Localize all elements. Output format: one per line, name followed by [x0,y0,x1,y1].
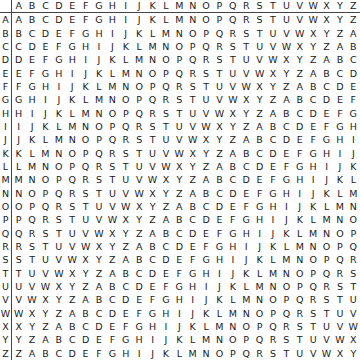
grid-cell-ZH: G [106,347,119,360]
grid-cell-YJ: H [132,333,145,346]
grid-cell-MH: T [106,173,119,186]
grid-cell-JS: B [253,133,266,146]
grid-cell-US: M [253,280,266,293]
grid-cell-QA: Q [12,227,25,240]
grid-cell-AK: K [146,13,159,26]
grid-cell-GV: B [293,93,306,106]
grid-cell-MV: H [293,173,306,186]
col-header-cell-P: P [213,0,226,13]
grid-cell-ZG: F [92,347,105,360]
grid-cell-OL: Z [159,200,172,213]
grid-cell-VG: B [92,293,105,306]
grid-cell-RE: V [66,240,79,253]
grid-cell-GS: Y [253,93,266,106]
grid-cell-SK: C [146,253,159,266]
col-header-cell-C: C [39,0,52,13]
grid-cell-JL: U [159,133,172,146]
grid-cell-KH: R [106,147,119,160]
grid-cell-XC: Z [39,320,52,333]
grid-cell-XP: M [213,320,226,333]
grid-cell-LH: S [106,160,119,173]
row-header-cell-P: P [0,213,12,226]
grid-cell-EJ: N [132,67,145,80]
col-header-cell-H: H [106,0,119,13]
grid-cell-KY: I [333,147,346,160]
grid-cell-VT: O [266,293,279,306]
col-header-cell-J: J [132,0,145,13]
grid-cell-BE: F [66,27,79,40]
grid-cell-DI: L [119,53,132,66]
grid-cell-NM: Z [173,187,186,200]
grid-cell-QB: R [25,227,38,240]
grid-cell-CQ: S [226,40,239,53]
grid-cell-QX: N [320,227,333,240]
grid-cell-DB: E [25,53,38,66]
grid-cell-UX: R [320,280,333,293]
grid-cell-AX: X [320,13,333,26]
grid-cell-LY: J [333,160,346,173]
row-header-cell-F: F [0,80,12,93]
grid-cell-BD: E [52,27,65,40]
grid-cell-VA: V [12,293,25,306]
grid-cell-KW: G [306,147,319,160]
grid-cell-NK: X [146,187,159,200]
grid-cell-HL: S [159,107,172,120]
grid-cell-ZO: N [199,347,212,360]
grid-cell-CR: T [240,40,253,53]
grid-cell-RL: C [159,240,172,253]
grid-cell-CB: D [25,40,38,53]
grid-cell-PC: R [39,213,52,226]
grid-cell-EG: K [92,67,105,80]
grid-cell-IX: F [320,120,333,133]
grid-cell-GX: D [320,93,333,106]
grid-cell-DK: N [146,53,159,66]
row-header-cell-O: O [0,200,12,213]
grid-cell-TH: A [106,267,119,280]
grid-cell-TY: R [333,267,346,280]
grid-cell-VL: G [159,293,172,306]
grid-cell-ZN: M [186,347,199,360]
row-header-cell-J: J [0,133,12,146]
grid-cell-MK: W [146,173,159,186]
grid-cell-FR: W [240,80,253,93]
grid-cell-EU: Y [280,67,293,80]
grid-cell-UY: S [333,280,346,293]
grid-cell-IL: T [159,120,172,133]
grid-cell-NI: V [119,187,132,200]
grid-cell-TK: D [146,267,159,280]
grid-cell-MT: F [266,173,279,186]
grid-cell-KJ: T [132,147,145,160]
grid-cell-PT: I [266,213,279,226]
grid-cell-KX: H [320,147,333,160]
grid-cell-YM: K [173,333,186,346]
col-header-cell-O: O [199,0,212,13]
grid-cell-KO: Y [199,147,212,160]
grid-cell-OV: J [293,200,306,213]
grid-cell-IS: A [253,120,266,133]
grid-cell-JC: L [39,133,52,146]
grid-cell-IZ: H [347,120,360,133]
grid-cell-QS: I [253,227,266,240]
grid-cell-LS: D [253,160,266,173]
grid-cell-MD: P [52,173,65,186]
grid-cell-KC: M [39,147,52,160]
grid-cell-TR: K [240,267,253,280]
grid-cell-VQ: L [226,293,239,306]
grid-cell-DA: D [12,53,25,66]
grid-cell-GL: R [159,93,172,106]
grid-cell-TB: U [25,267,38,280]
col-header-cell-Y: Y [333,0,346,13]
grid-cell-LK: V [146,160,159,173]
grid-cell-JA: J [12,133,25,146]
grid-cell-XH: E [106,320,119,333]
grid-cell-BU: V [280,27,293,40]
grid-cell-WF: B [79,307,92,320]
grid-cell-QH: X [106,227,119,240]
grid-cell-IY: G [333,120,346,133]
grid-cell-DS: V [253,53,266,66]
grid-cell-CE: G [66,40,79,53]
grid-cell-BM: N [173,27,186,40]
grid-cell-FG: L [92,80,105,93]
grid-cell-DU: X [280,53,293,66]
grid-cell-MN: Z [186,173,199,186]
grid-cell-UB: V [25,280,38,293]
grid-cell-GF: L [79,93,92,106]
grid-cell-HY: F [333,107,346,120]
grid-cell-CJ: L [132,40,145,53]
col-header-cell-K: K [146,0,159,13]
grid-cell-TP: I [213,267,226,280]
grid-cell-AO: O [199,13,212,26]
row-header-cell-K: K [0,147,12,160]
grid-cell-PF: U [79,213,92,226]
grid-cell-YG: E [92,333,105,346]
grid-cell-MQ: C [226,173,239,186]
grid-cell-KL: V [159,147,172,160]
grid-cell-RQ: H [226,240,239,253]
grid-cell-WB: X [25,307,38,320]
grid-cell-HS: Z [253,107,266,120]
grid-cell-FK: P [146,80,159,93]
grid-cell-PQ: F [226,213,239,226]
grid-cell-TJ: C [132,267,145,280]
grid-cell-IG: O [92,120,105,133]
grid-cell-DF: I [79,53,92,66]
grid-cell-QW: M [306,227,319,240]
grid-cell-HF: M [79,107,92,120]
grid-cell-MX: J [320,173,333,186]
grid-cell-UT: N [266,280,279,293]
grid-cell-GB: H [25,93,38,106]
grid-cell-IA: I [12,120,25,133]
grid-cell-HD: K [52,107,65,120]
grid-cell-DW: Z [306,53,319,66]
grid-cell-MM: Y [173,173,186,186]
grid-cell-RC: T [39,240,52,253]
grid-cell-JG: P [92,133,105,146]
grid-cell-RI: Z [119,240,132,253]
grid-cell-XX: U [320,320,333,333]
grid-cell-AL: L [159,13,172,26]
grid-cell-IU: C [280,120,293,133]
grid-cell-OF: T [79,200,92,213]
grid-cell-CV: X [293,40,306,53]
grid-cell-KU: E [280,147,293,160]
grid-cell-LI: T [119,160,132,173]
row-header-cell-B: B [0,27,12,40]
grid-cell-ZY: X [333,347,346,360]
grid-cell-ER: V [240,67,253,80]
grid-cell-TD: W [52,267,65,280]
grid-cell-CZ: B [347,40,360,53]
col-header-cell-S: S [253,0,266,13]
grid-cell-ZK: J [146,347,159,360]
grid-cell-MS: E [253,173,266,186]
grid-cell-XS: P [253,320,266,333]
grid-cell-HW: D [306,107,319,120]
grid-cell-OP: D [213,200,226,213]
grid-cell-NY: L [333,187,346,200]
grid-cell-PN: C [186,213,199,226]
grid-cell-YQ: O [226,333,239,346]
grid-cell-RU: L [280,240,293,253]
grid-cell-TF: Y [79,267,92,280]
grid-cell-YZ: X [347,333,360,346]
grid-cell-QU: K [280,227,293,240]
grid-cell-MG: S [92,173,105,186]
grid-cell-TA: T [12,267,25,280]
grid-cell-PY: N [333,213,346,226]
grid-cell-RF: W [79,240,92,253]
grid-cell-WE: A [66,307,79,320]
grid-cell-UK: E [146,280,159,293]
grid-cell-RV: M [293,240,306,253]
tabula-recta-board: ABCDEFGHIJKLMNOPQRSTUVWXYZAABCDEFGHIJKLM… [0,0,360,360]
grid-cell-CH: J [106,40,119,53]
grid-cell-BN: O [186,27,199,40]
grid-cell-SJ: B [132,253,145,266]
grid-cell-NP: C [213,187,226,200]
grid-cell-TI: B [119,267,132,280]
grid-cell-SE: W [66,253,79,266]
grid-cell-IB: J [25,120,38,133]
grid-cell-HI: P [119,107,132,120]
grid-cell-FJ: O [132,80,145,93]
grid-cell-NA: N [12,187,25,200]
grid-cell-EQ: U [226,67,239,80]
grid-cell-OZ: N [347,200,360,213]
grid-cell-QP: F [213,227,226,240]
grid-cell-GI: O [119,93,132,106]
grid-cell-GM: S [173,93,186,106]
grid-cell-OR: F [240,200,253,213]
grid-cell-LX: I [320,160,333,173]
grid-cell-NB: O [25,187,38,200]
grid-cell-QF: V [79,227,92,240]
grid-cell-CU: W [280,40,293,53]
grid-cell-WD: Z [52,307,65,320]
grid-cell-NG: T [92,187,105,200]
grid-cell-EM: Q [173,67,186,80]
grid-cell-ED: H [52,67,65,80]
grid-cell-XR: O [240,320,253,333]
grid-cell-YR: P [240,333,253,346]
grid-cell-FM: R [173,80,186,93]
grid-cell-XM: J [173,320,186,333]
grid-cell-DN: Q [186,53,199,66]
grid-cell-IW: E [306,120,319,133]
grid-cell-ZZ: Y [347,347,360,360]
grid-cell-RO: F [199,240,212,253]
grid-cell-SG: Y [92,253,105,266]
grid-cell-JN: W [186,133,199,146]
grid-cell-EH: L [106,67,119,80]
grid-cell-SF: X [79,253,92,266]
grid-cell-YH: F [106,333,119,346]
grid-cell-MB: N [25,173,38,186]
grid-cell-KF: P [79,147,92,160]
grid-cell-ZM: L [173,347,186,360]
grid-cell-LM: X [173,160,186,173]
col-header-cell-T: T [266,0,279,13]
grid-cell-VB: W [25,293,38,306]
grid-cell-JW: F [306,133,319,146]
grid-cell-TV: O [293,267,306,280]
grid-cell-LA: L [12,160,25,173]
grid-cell-GY: E [333,93,346,106]
grid-cell-FW: B [306,80,319,93]
grid-cell-JB: K [25,133,38,146]
row-header-cell-G: G [0,93,12,106]
grid-cell-OH: V [106,200,119,213]
grid-cell-NV: I [293,187,306,200]
grid-cell-SU: M [280,253,293,266]
grid-cell-PD: S [52,213,65,226]
grid-cell-QY: O [333,227,346,240]
grid-cell-RX: O [320,240,333,253]
grid-cell-OQ: E [226,200,239,213]
grid-cell-AR: R [240,13,253,26]
grid-cell-XE: B [66,320,79,333]
grid-cell-WZ: V [347,307,360,320]
grid-cell-CM: O [173,40,186,53]
grid-cell-HX: E [320,107,333,120]
grid-cell-CX: Z [320,40,333,53]
grid-cell-GK: Q [146,93,159,106]
grid-cell-OG: U [92,200,105,213]
grid-cell-AA: A [12,13,25,26]
grid-cell-WC: Y [39,307,52,320]
row-header-cell-E: E [0,67,12,80]
grid-cell-PP: E [213,213,226,226]
grid-cell-VE: Z [66,293,79,306]
grid-cell-LD: O [52,160,65,173]
grid-cell-IP: X [213,120,226,133]
grid-cell-TS: L [253,267,266,280]
grid-cell-WV: R [293,307,306,320]
grid-cell-BQ: R [226,27,239,40]
grid-cell-YF: D [79,333,92,346]
grid-cell-PM: B [173,213,186,226]
grid-cell-OS: G [253,200,266,213]
grid-cell-OE: S [66,200,79,213]
grid-cell-AT: T [266,13,279,26]
grid-cell-AC: C [39,13,52,26]
grid-cell-NH: U [106,187,119,200]
grid-cell-HG: N [92,107,105,120]
grid-cell-JI: R [119,133,132,146]
grid-cell-SO: G [199,253,212,266]
grid-cell-LR: C [240,160,253,173]
grid-cell-VY: T [333,293,346,306]
grid-cell-GZ: F [347,93,360,106]
grid-cell-VO: J [199,293,212,306]
grid-cell-QR: H [240,227,253,240]
grid-cell-UO: I [199,280,212,293]
grid-cell-TU: N [280,267,293,280]
grid-cell-CC: E [39,40,52,53]
grid-cell-PS: H [253,213,266,226]
grid-cell-JO: X [199,133,212,146]
grid-cell-SD: V [52,253,65,266]
grid-cell-WX: T [320,307,333,320]
row-header-cell-V: V [0,293,12,306]
grid-cell-NX: K [320,187,333,200]
grid-cell-ZB: A [25,347,38,360]
grid-cell-DT: W [266,53,279,66]
grid-cell-IH: P [106,120,119,133]
grid-cell-WU: Q [280,307,293,320]
grid-cell-II: Q [119,120,132,133]
row-header-cell-R: R [0,240,12,253]
grid-cell-TT: M [266,267,279,280]
grid-cell-JJ: S [132,133,145,146]
grid-cell-SW: O [306,253,319,266]
grid-cell-FA: F [12,80,25,93]
grid-cell-GN: T [186,93,199,106]
grid-cell-PV: K [293,213,306,226]
grid-cell-EC: G [39,67,52,80]
grid-cell-FO: T [199,80,212,93]
grid-cell-WG: C [92,307,105,320]
grid-cell-CK: M [146,40,159,53]
grid-cell-UD: X [52,280,65,293]
grid-cell-WJ: F [132,307,145,320]
grid-cell-RB: S [25,240,38,253]
col-header-cell-E: E [66,0,79,13]
col-header-cell-D: D [52,0,65,13]
grid-cell-HZ: G [347,107,360,120]
grid-cell-LB: M [25,160,38,173]
grid-cell-FB: G [25,80,38,93]
grid-cell-MO: A [199,173,212,186]
grid-cell-MU: G [280,173,293,186]
grid-cell-XZ: W [347,320,360,333]
grid-cell-ME: Q [66,173,79,186]
grid-cell-ZJ: I [132,347,145,360]
grid-cell-FS: X [253,80,266,93]
grid-cell-DC: F [39,53,52,66]
grid-cell-IE: M [66,120,79,133]
grid-cell-HA: H [12,107,25,120]
grid-cell-OX: L [320,200,333,213]
grid-cell-EO: S [199,67,212,80]
grid-cell-GU: A [280,93,293,106]
